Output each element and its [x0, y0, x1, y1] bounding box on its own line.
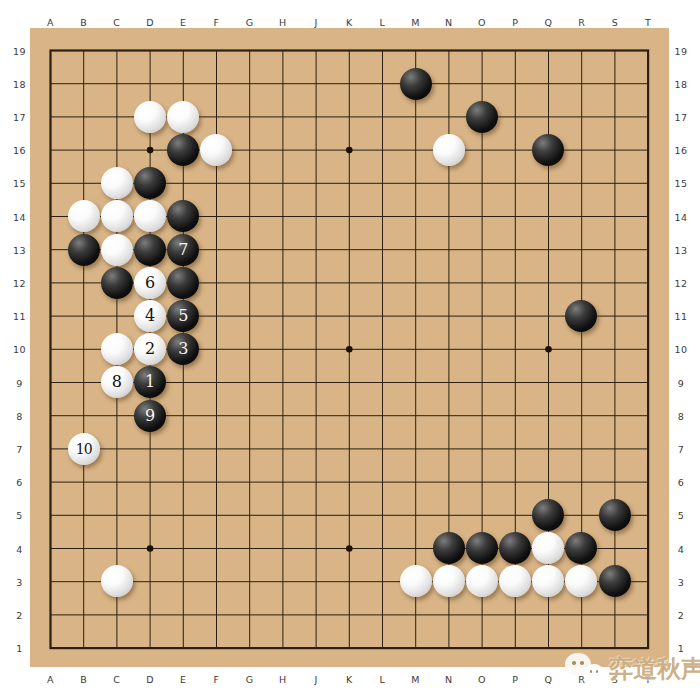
black-stone: 1 [134, 366, 166, 398]
intersection-Q12 [532, 266, 565, 299]
coordinate-label: L [380, 674, 386, 685]
intersection-R3 [565, 565, 598, 598]
intersection-E11: 5 [167, 299, 200, 332]
intersection-B11 [67, 299, 100, 332]
intersection-G9 [233, 366, 266, 399]
move-number: 7 [178, 242, 188, 258]
intersection-P12 [499, 266, 532, 299]
intersection-O9 [465, 366, 498, 399]
coordinate-label: 9 [678, 377, 685, 388]
intersection-S2 [598, 598, 631, 631]
intersection-J6 [299, 465, 332, 498]
coordinate-label: 3 [16, 576, 23, 587]
intersection-C12 [100, 266, 133, 299]
intersection-J3 [299, 565, 332, 598]
intersection-J15 [299, 167, 332, 200]
intersection-Q14 [532, 200, 565, 233]
white-stone [565, 565, 597, 597]
white-stone [68, 200, 100, 232]
intersection-M19 [399, 34, 432, 67]
coordinate-label: 1 [16, 643, 23, 654]
black-stone [599, 565, 631, 597]
intersection-B14 [67, 200, 100, 233]
intersection-K15 [333, 167, 366, 200]
intersection-R4 [565, 532, 598, 565]
intersection-J10 [299, 333, 332, 366]
coordinate-label: P [512, 16, 518, 27]
intersection-G12 [233, 266, 266, 299]
intersection-C14 [100, 200, 133, 233]
intersection-N8 [432, 399, 465, 432]
intersection-G3 [233, 565, 266, 598]
intersection-K3 [333, 565, 366, 598]
coordinate-label: A [47, 674, 54, 685]
coordinate-label: 5 [678, 510, 685, 521]
intersection-O13 [465, 233, 498, 266]
intersection-M4 [399, 532, 432, 565]
black-stone [466, 101, 498, 133]
intersection-R11 [565, 299, 598, 332]
intersection-T18 [631, 67, 664, 100]
coordinate-label: J [314, 16, 317, 27]
watermark-text: 弈道秋声 [609, 653, 700, 685]
white-stone [499, 565, 531, 597]
intersection-P2 [499, 598, 532, 631]
coordinate-label: 15 [674, 178, 687, 189]
intersection-J16 [299, 133, 332, 166]
intersection-T19 [631, 34, 664, 67]
intersection-F15 [200, 167, 233, 200]
intersection-E2 [167, 598, 200, 631]
intersection-R13 [565, 233, 598, 266]
intersection-R19 [565, 34, 598, 67]
intersection-H5 [266, 499, 299, 532]
intersection-C7 [100, 432, 133, 465]
intersection-L9 [366, 366, 399, 399]
intersection-Q19 [532, 34, 565, 67]
intersection-J11 [299, 299, 332, 332]
intersection-B9 [67, 366, 100, 399]
intersection-H18 [266, 67, 299, 100]
intersection-S8 [598, 399, 631, 432]
intersection-E12 [167, 266, 200, 299]
black-stone [499, 532, 531, 564]
coordinate-label: L [380, 16, 386, 27]
intersection-P1 [499, 631, 532, 664]
intersection-A15 [34, 167, 67, 200]
intersection-B7: 10 [67, 432, 100, 465]
intersection-J17 [299, 100, 332, 133]
intersection-K4 [333, 532, 366, 565]
intersection-D12: 6 [133, 266, 166, 299]
intersection-J2 [299, 598, 332, 631]
white-stone: 8 [101, 366, 133, 398]
intersection-B5 [67, 499, 100, 532]
intersection-J5 [299, 499, 332, 532]
coordinate-label: 16 [13, 145, 26, 156]
intersection-E13: 7 [167, 233, 200, 266]
intersection-Q10 [532, 333, 565, 366]
coordinate-label: 11 [13, 311, 26, 322]
coordinate-label: P [512, 674, 518, 685]
intersection-E5 [167, 499, 200, 532]
coordinate-label: 14 [674, 211, 687, 222]
intersection-N6 [432, 465, 465, 498]
move-number: 4 [145, 308, 155, 324]
intersection-N19 [432, 34, 465, 67]
intersection-O5 [465, 499, 498, 532]
intersection-G16 [233, 133, 266, 166]
move-number: 6 [145, 275, 155, 291]
intersection-C8 [100, 399, 133, 432]
white-stone [532, 532, 564, 564]
intersection-G4 [233, 532, 266, 565]
intersection-D7 [133, 432, 166, 465]
intersection-H11 [266, 299, 299, 332]
coordinate-label: M [411, 16, 420, 27]
intersection-M17 [399, 100, 432, 133]
intersection-F12 [200, 266, 233, 299]
intersection-P16 [499, 133, 532, 166]
intersection-T14 [631, 200, 664, 233]
white-stone [101, 565, 133, 597]
coordinate-label: 8 [678, 410, 685, 421]
intersection-Q5 [532, 499, 565, 532]
intersection-O17 [465, 100, 498, 133]
intersection-A8 [34, 399, 67, 432]
intersection-O11 [465, 299, 498, 332]
intersection-F11 [200, 299, 233, 332]
coordinate-label: 6 [16, 477, 23, 488]
intersection-N12 [432, 266, 465, 299]
intersection-Q16 [532, 133, 565, 166]
intersection-F10 [200, 333, 233, 366]
intersection-Q13 [532, 233, 565, 266]
coordinate-label: A [47, 16, 54, 27]
intersection-N2 [432, 598, 465, 631]
intersection-M15 [399, 167, 432, 200]
intersection-N3 [432, 565, 465, 598]
intersection-D9: 1 [133, 366, 166, 399]
intersection-N11 [432, 299, 465, 332]
black-stone [466, 532, 498, 564]
black-stone [134, 234, 166, 266]
coordinate-label: R [578, 16, 585, 27]
intersection-L10 [366, 333, 399, 366]
intersection-R14 [565, 200, 598, 233]
intersection-D13 [133, 233, 166, 266]
intersection-O8 [465, 399, 498, 432]
white-stone: 6 [134, 267, 166, 299]
white-stone [101, 333, 133, 365]
intersection-G7 [233, 432, 266, 465]
intersection-C5 [100, 499, 133, 532]
intersection-E4 [167, 532, 200, 565]
intersection-S18 [598, 67, 631, 100]
intersection-A2 [34, 598, 67, 631]
intersection-A5 [34, 499, 67, 532]
intersection-M18 [399, 67, 432, 100]
intersection-P9 [499, 366, 532, 399]
intersection-Q18 [532, 67, 565, 100]
intersection-O7 [465, 432, 498, 465]
intersection-Q2 [532, 598, 565, 631]
intersection-P11 [499, 299, 532, 332]
white-stone [433, 565, 465, 597]
coordinate-label: Q [545, 674, 553, 685]
intersection-B15 [67, 167, 100, 200]
coordinate-label: 3 [678, 576, 685, 587]
intersection-A11 [34, 299, 67, 332]
intersection-D17 [133, 100, 166, 133]
intersection-M8 [399, 399, 432, 432]
intersection-D1 [133, 631, 166, 664]
intersection-T11 [631, 299, 664, 332]
intersection-O10 [465, 333, 498, 366]
intersection-L16 [366, 133, 399, 166]
intersection-P7 [499, 432, 532, 465]
intersection-P3 [499, 565, 532, 598]
intersection-A14 [34, 200, 67, 233]
intersection-N15 [432, 167, 465, 200]
intersection-S19 [598, 34, 631, 67]
coordinate-label: Q [545, 16, 553, 27]
intersection-G6 [233, 465, 266, 498]
coordinate-label: 19 [674, 45, 687, 56]
intersection-R17 [565, 100, 598, 133]
black-stone: 7 [167, 234, 199, 266]
black-stone [167, 200, 199, 232]
intersection-S10 [598, 333, 631, 366]
intersection-A10 [34, 333, 67, 366]
intersection-K1 [333, 631, 366, 664]
intersection-E3 [167, 565, 200, 598]
intersection-Q9 [532, 366, 565, 399]
coordinate-label: 16 [674, 145, 687, 156]
white-stone [167, 101, 199, 133]
intersection-E16 [167, 133, 200, 166]
intersection-A13 [34, 233, 67, 266]
intersection-T3 [631, 565, 664, 598]
intersection-N13 [432, 233, 465, 266]
intersection-B18 [67, 67, 100, 100]
move-number: 1 [145, 374, 155, 390]
intersection-D14 [133, 200, 166, 233]
intersection-C4 [100, 532, 133, 565]
intersection-J19 [299, 34, 332, 67]
coordinate-label: C [113, 16, 120, 27]
intersection-T16 [631, 133, 664, 166]
intersection-H13 [266, 233, 299, 266]
coordinate-label: M [411, 674, 420, 685]
intersection-T12 [631, 266, 664, 299]
intersection-B1 [67, 631, 100, 664]
intersection-M13 [399, 233, 432, 266]
intersection-S16 [598, 133, 631, 166]
intersection-D4 [133, 532, 166, 565]
intersection-R7 [565, 432, 598, 465]
intersection-M14 [399, 200, 432, 233]
intersection-G17 [233, 100, 266, 133]
intersection-H17 [266, 100, 299, 133]
coordinate-label: F [214, 674, 220, 685]
intersection-D3 [133, 565, 166, 598]
coordinate-label: 11 [674, 311, 687, 322]
intersection-A16 [34, 133, 67, 166]
intersection-T17 [631, 100, 664, 133]
intersection-T5 [631, 499, 664, 532]
intersection-P5 [499, 499, 532, 532]
intersection-G2 [233, 598, 266, 631]
coordinate-label: 18 [674, 78, 687, 89]
intersection-E15 [167, 167, 200, 200]
intersection-S5 [598, 499, 631, 532]
coordinate-label: T [645, 16, 651, 27]
coordinate-label: C [113, 674, 120, 685]
intersection-C13 [100, 233, 133, 266]
intersection-L6 [366, 465, 399, 498]
intersection-S6 [598, 465, 631, 498]
white-stone [134, 101, 166, 133]
coordinate-label: 4 [16, 543, 23, 554]
coordinate-label: S [612, 16, 619, 27]
intersection-A12 [34, 266, 67, 299]
coordinate-label: 19 [13, 45, 26, 56]
intersection-R15 [565, 167, 598, 200]
intersection-E8 [167, 399, 200, 432]
white-stone [101, 234, 133, 266]
intersection-D5 [133, 499, 166, 532]
intersection-N16 [432, 133, 465, 166]
intersection-Q3 [532, 565, 565, 598]
intersection-D18 [133, 67, 166, 100]
intersection-H12 [266, 266, 299, 299]
coordinate-label: E [180, 16, 187, 27]
white-stone: 4 [134, 300, 166, 332]
coordinate-label: G [246, 674, 254, 685]
intersection-K17 [333, 100, 366, 133]
intersection-P8 [499, 399, 532, 432]
intersection-G14 [233, 200, 266, 233]
intersection-K14 [333, 200, 366, 233]
intersection-S9 [598, 366, 631, 399]
intersection-J7 [299, 432, 332, 465]
intersection-F1 [200, 631, 233, 664]
intersection-K9 [333, 366, 366, 399]
intersection-N9 [432, 366, 465, 399]
intersection-O12 [465, 266, 498, 299]
intersection-S17 [598, 100, 631, 133]
intersection-G18 [233, 67, 266, 100]
intersection-B12 [67, 266, 100, 299]
intersection-M1 [399, 631, 432, 664]
intersection-C10 [100, 333, 133, 366]
intersection-M6 [399, 465, 432, 498]
intersection-L17 [366, 100, 399, 133]
intersection-S4 [598, 532, 631, 565]
move-number: 5 [178, 308, 188, 324]
white-stone: 2 [134, 333, 166, 365]
coordinate-label: 10 [13, 344, 26, 355]
intersection-H10 [266, 333, 299, 366]
intersection-S14 [598, 200, 631, 233]
intersection-F2 [200, 598, 233, 631]
intersection-H14 [266, 200, 299, 233]
intersection-S7 [598, 432, 631, 465]
intersection-F9 [200, 366, 233, 399]
intersection-O18 [465, 67, 498, 100]
intersection-E9 [167, 366, 200, 399]
intersection-O4 [465, 532, 498, 565]
intersection-C19 [100, 34, 133, 67]
intersection-N1 [432, 631, 465, 664]
intersection-L14 [366, 200, 399, 233]
white-stone [200, 134, 232, 166]
coordinate-label: 7 [678, 443, 685, 454]
coordinate-label: 13 [674, 244, 687, 255]
coordinate-label: J [314, 674, 317, 685]
intersection-L2 [366, 598, 399, 631]
move-number: 10 [76, 442, 92, 456]
intersection-A18 [34, 67, 67, 100]
intersection-Q15 [532, 167, 565, 200]
intersection-O3 [465, 565, 498, 598]
intersection-F5 [200, 499, 233, 532]
intersection-D19 [133, 34, 166, 67]
intersection-B16 [67, 133, 100, 166]
intersection-C2 [100, 598, 133, 631]
black-stone [68, 234, 100, 266]
intersection-O2 [465, 598, 498, 631]
intersection-K13 [333, 233, 366, 266]
intersection-F18 [200, 67, 233, 100]
intersection-O15 [465, 167, 498, 200]
coordinate-label: B [80, 674, 87, 685]
intersection-K19 [333, 34, 366, 67]
intersection-L11 [366, 299, 399, 332]
intersection-R16 [565, 133, 598, 166]
intersection-L13 [366, 233, 399, 266]
coordinate-label: 6 [678, 477, 685, 488]
black-stone [433, 532, 465, 564]
intersection-K5 [333, 499, 366, 532]
intersection-S12 [598, 266, 631, 299]
intersection-C16 [100, 133, 133, 166]
black-stone: 5 [167, 300, 199, 332]
intersection-N17 [432, 100, 465, 133]
coordinate-label: O [478, 16, 486, 27]
coordinate-label: 13 [13, 244, 26, 255]
intersection-M16 [399, 133, 432, 166]
intersection-S3 [598, 565, 631, 598]
intersection-H3 [266, 565, 299, 598]
intersection-Q7 [532, 432, 565, 465]
coordinate-label: 14 [13, 211, 26, 222]
intersection-B3 [67, 565, 100, 598]
intersection-A7 [34, 432, 67, 465]
intersection-G1 [233, 631, 266, 664]
intersection-A4 [34, 532, 67, 565]
intersection-Q8 [532, 399, 565, 432]
intersection-E1 [167, 631, 200, 664]
intersection-D11: 4 [133, 299, 166, 332]
intersection-H2 [266, 598, 299, 631]
intersection-Q17 [532, 100, 565, 133]
intersection-K6 [333, 465, 366, 498]
move-number: 9 [145, 408, 155, 424]
black-stone [167, 267, 199, 299]
intersection-S15 [598, 167, 631, 200]
